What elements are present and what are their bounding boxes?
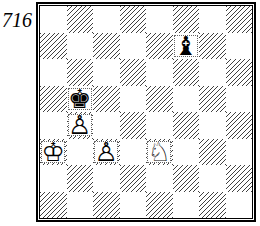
square-f3[interactable]: [173, 139, 200, 166]
square-h4[interactable]: [226, 112, 253, 139]
square-a1[interactable]: [40, 192, 67, 219]
square-f5[interactable]: [173, 86, 200, 113]
square-e2[interactable]: [146, 165, 173, 192]
square-a5[interactable]: [40, 86, 67, 113]
square-f7[interactable]: ♝: [173, 33, 200, 60]
square-b4[interactable]: ♙: [67, 112, 94, 139]
square-h5[interactable]: [226, 86, 253, 113]
piece-black-king[interactable]: ♚: [68, 88, 92, 110]
piece-white-knight[interactable]: ♘: [147, 141, 171, 163]
square-h1[interactable]: [226, 192, 253, 219]
square-g7[interactable]: [199, 33, 226, 60]
square-e7[interactable]: [146, 33, 173, 60]
square-f4[interactable]: [173, 112, 200, 139]
square-c7[interactable]: [93, 33, 120, 60]
square-g6[interactable]: [199, 59, 226, 86]
square-a4[interactable]: [40, 112, 67, 139]
square-d7[interactable]: [120, 33, 147, 60]
square-c4[interactable]: [93, 112, 120, 139]
square-g8[interactable]: [199, 6, 226, 33]
square-d6[interactable]: [120, 59, 147, 86]
square-d5[interactable]: [120, 86, 147, 113]
square-e5[interactable]: [146, 86, 173, 113]
square-h8[interactable]: [226, 6, 253, 33]
square-g5[interactable]: [199, 86, 226, 113]
square-f6[interactable]: [173, 59, 200, 86]
square-b1[interactable]: [67, 192, 94, 219]
square-d3[interactable]: [120, 139, 147, 166]
square-e3[interactable]: ♘: [146, 139, 173, 166]
square-a3[interactable]: ♔: [40, 139, 67, 166]
square-a6[interactable]: [40, 59, 67, 86]
square-g2[interactable]: [199, 165, 226, 192]
square-f8[interactable]: [173, 6, 200, 33]
square-g1[interactable]: [199, 192, 226, 219]
board-inner-frame: ♝♚♙♔♙♘: [39, 5, 253, 219]
square-d8[interactable]: [120, 6, 147, 33]
square-c2[interactable]: [93, 165, 120, 192]
square-f1[interactable]: [173, 192, 200, 219]
square-g3[interactable]: [199, 139, 226, 166]
board-grid: ♝♚♙♔♙♘: [40, 6, 252, 218]
problem-number-label: 716: [0, 9, 34, 31]
piece-black-bishop[interactable]: ♝: [174, 35, 198, 57]
square-c5[interactable]: [93, 86, 120, 113]
square-c6[interactable]: [93, 59, 120, 86]
square-c8[interactable]: [93, 6, 120, 33]
square-e1[interactable]: [146, 192, 173, 219]
square-h2[interactable]: [226, 165, 253, 192]
square-h3[interactable]: [226, 139, 253, 166]
square-a7[interactable]: [40, 33, 67, 60]
square-d1[interactable]: [120, 192, 147, 219]
square-e8[interactable]: [146, 6, 173, 33]
chess-board: ♝♚♙♔♙♘: [36, 2, 256, 222]
square-d4[interactable]: [120, 112, 147, 139]
square-b7[interactable]: [67, 33, 94, 60]
square-g4[interactable]: [199, 112, 226, 139]
square-d2[interactable]: [120, 165, 147, 192]
square-b6[interactable]: [67, 59, 94, 86]
square-c1[interactable]: [93, 192, 120, 219]
square-b2[interactable]: [67, 165, 94, 192]
square-f2[interactable]: [173, 165, 200, 192]
square-b3[interactable]: [67, 139, 94, 166]
square-b8[interactable]: [67, 6, 94, 33]
square-e6[interactable]: [146, 59, 173, 86]
square-e4[interactable]: [146, 112, 173, 139]
square-h7[interactable]: [226, 33, 253, 60]
square-c3[interactable]: ♙: [93, 139, 120, 166]
piece-white-king[interactable]: ♔: [41, 141, 65, 163]
square-b5[interactable]: ♚: [67, 86, 94, 113]
square-a2[interactable]: [40, 165, 67, 192]
piece-white-pawn[interactable]: ♙: [94, 141, 118, 163]
piece-white-pawn[interactable]: ♙: [68, 114, 92, 136]
diagram-page: { "game": "chess", "diagram": { "problem…: [0, 0, 260, 226]
square-h6[interactable]: [226, 59, 253, 86]
square-a8[interactable]: [40, 6, 67, 33]
